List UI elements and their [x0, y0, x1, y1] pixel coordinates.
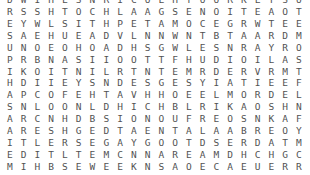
grid-cell[interactable]: N [292, 101, 306, 113]
grid-cell[interactable]: O [154, 113, 168, 125]
grid-cell[interactable]: N [196, 6, 210, 18]
grid-cell[interactable]: E [127, 18, 141, 30]
grid-cell[interactable]: O [31, 42, 45, 54]
grid-cell[interactable]: G [141, 137, 155, 149]
grid-cell[interactable]: S [154, 160, 168, 172]
grid-cell[interactable]: E [251, 6, 265, 18]
grid-cell[interactable]: L [182, 42, 196, 54]
grid-cell[interactable]: D [17, 77, 31, 89]
grid-cell[interactable]: O [72, 6, 86, 18]
grid-cell[interactable]: R [251, 125, 265, 137]
grid-cell[interactable]: H [58, 125, 72, 137]
grid-cell[interactable]: R [196, 113, 210, 125]
grid-cell[interactable]: O [237, 53, 251, 65]
grid-cell[interactable]: Y [72, 77, 86, 89]
grid-cell[interactable]: N [223, 42, 237, 54]
grid-cell[interactable]: N [17, 42, 31, 54]
grid-cell[interactable]: T [44, 149, 58, 161]
grid-cell[interactable]: T [127, 65, 141, 77]
grid-cell[interactable]: S [99, 113, 113, 125]
grid-cell[interactable]: M [3, 160, 17, 172]
grid-cell[interactable]: O [113, 53, 127, 65]
grid-cell[interactable]: H [154, 101, 168, 113]
grid-cell[interactable]: S [72, 53, 86, 65]
grid-cell[interactable]: H [141, 89, 155, 101]
grid-cell[interactable]: G [223, 18, 237, 30]
grid-cell[interactable]: O [278, 125, 292, 137]
grid-cell[interactable]: Y [17, 18, 31, 30]
grid-cell[interactable]: F [182, 113, 196, 125]
grid-cell[interactable]: C [141, 101, 155, 113]
grid-cell[interactable]: O [182, 160, 196, 172]
grid-cell[interactable]: Y [127, 137, 141, 149]
grid-cell[interactable]: S [3, 101, 17, 113]
grid-cell[interactable]: I [251, 77, 265, 89]
grid-cell[interactable]: I [223, 53, 237, 65]
grid-cell[interactable]: K [127, 160, 141, 172]
grid-cell[interactable]: E [127, 77, 141, 89]
grid-cell[interactable]: L [44, 18, 58, 30]
grid-cell[interactable]: B [237, 125, 251, 137]
grid-cell[interactable]: O [127, 53, 141, 65]
grid-cell[interactable]: B [86, 113, 100, 125]
grid-cell[interactable]: O [168, 89, 182, 101]
grid-cell[interactable]: G [278, 149, 292, 161]
grid-cell[interactable]: T [141, 18, 155, 30]
grid-cell[interactable]: A [237, 30, 251, 42]
grid-cell[interactable]: H [86, 89, 100, 101]
grid-cell[interactable]: M [278, 65, 292, 77]
grid-cell[interactable]: H [44, 6, 58, 18]
grid-cell[interactable]: U [3, 42, 17, 54]
grid-cell[interactable]: E [99, 160, 113, 172]
grid-cell[interactable]: M [99, 149, 113, 161]
grid-cell[interactable]: T [154, 53, 168, 65]
grid-cell[interactable]: N [154, 125, 168, 137]
grid-cell[interactable]: E [223, 65, 237, 77]
grid-cell[interactable]: S [292, 53, 306, 65]
grid-cell[interactable]: R [278, 160, 292, 172]
grid-cell[interactable]: E [265, 125, 279, 137]
grid-cell[interactable]: H [31, 160, 45, 172]
grid-cell[interactable]: E [113, 160, 127, 172]
grid-cell[interactable]: M [292, 30, 306, 42]
grid-cell[interactable]: A [3, 89, 17, 101]
grid-cell[interactable]: O [237, 89, 251, 101]
grid-cell[interactable]: T [265, 18, 279, 30]
grid-cell[interactable]: T [86, 18, 100, 30]
grid-cell[interactable]: E [196, 89, 210, 101]
grid-cell[interactable]: S [44, 125, 58, 137]
grid-cell[interactable]: E [31, 30, 45, 42]
grid-cell[interactable]: D [209, 53, 223, 65]
grid-cell[interactable]: A [3, 113, 17, 125]
grid-cell[interactable]: H [99, 6, 113, 18]
grid-cell[interactable]: A [58, 53, 72, 65]
grid-cell[interactable]: D [223, 149, 237, 161]
grid-cell[interactable]: L [31, 101, 45, 113]
grid-cell[interactable]: A [3, 125, 17, 137]
grid-cell[interactable]: R [3, 6, 17, 18]
grid-cell[interactable]: F [292, 77, 306, 89]
grid-cell[interactable]: E [44, 137, 58, 149]
grid-cell[interactable]: H [182, 53, 196, 65]
grid-cell[interactable]: I [31, 77, 45, 89]
grid-cell[interactable]: H [72, 42, 86, 54]
grid-cell[interactable]: E [86, 125, 100, 137]
grid-cell[interactable]: R [237, 18, 251, 30]
grid-cell[interactable]: N [44, 113, 58, 125]
grid-cell[interactable]: E [278, 89, 292, 101]
grid-cell[interactable]: D [278, 30, 292, 42]
grid-cell[interactable]: E [141, 125, 155, 137]
grid-cell[interactable]: I [44, 77, 58, 89]
grid-cell[interactable]: A [237, 101, 251, 113]
grid-cell[interactable]: A [223, 125, 237, 137]
grid-cell[interactable]: A [17, 30, 31, 42]
grid-cell[interactable]: O [44, 89, 58, 101]
grid-cell[interactable]: D [209, 65, 223, 77]
grid-cell[interactable]: M [168, 18, 182, 30]
grid-cell[interactable]: F [58, 89, 72, 101]
grid-cell[interactable]: I [17, 160, 31, 172]
grid-cell[interactable]: T [292, 6, 306, 18]
grid-cell[interactable]: A [223, 160, 237, 172]
grid-cell[interactable]: T [196, 30, 210, 42]
grid-cell[interactable]: T [182, 137, 196, 149]
grid-cell[interactable]: A [154, 149, 168, 161]
grid-cell[interactable]: S [58, 18, 72, 30]
grid-cell[interactable]: F [292, 113, 306, 125]
grid-cell[interactable]: G [154, 6, 168, 18]
grid-cell[interactable]: C [251, 149, 265, 161]
grid-cell[interactable]: N [127, 149, 141, 161]
grid-cell[interactable]: E [72, 160, 86, 172]
grid-cell[interactable]: E [3, 149, 17, 161]
grid-cell[interactable]: R [168, 149, 182, 161]
grid-cell[interactable]: B [44, 160, 58, 172]
grid-cell[interactable]: S [141, 42, 155, 54]
grid-cell[interactable]: D [196, 137, 210, 149]
grid-cell[interactable]: A [141, 6, 155, 18]
grid-cell[interactable]: I [209, 77, 223, 89]
grid-cell[interactable]: E [168, 65, 182, 77]
grid-cell[interactable]: I [3, 65, 17, 77]
grid-cell[interactable]: I [223, 6, 237, 18]
grid-cell[interactable]: K [223, 101, 237, 113]
grid-cell[interactable]: L [265, 53, 279, 65]
grid-cell[interactable]: A [265, 137, 279, 149]
grid-cell[interactable]: A [278, 113, 292, 125]
grid-cell[interactable]: S [86, 77, 100, 89]
grid-cell[interactable]: S [31, 6, 45, 18]
grid-cell[interactable]: R [278, 42, 292, 54]
grid-cell[interactable]: R [113, 65, 127, 77]
grid-cell[interactable]: C [113, 149, 127, 161]
grid-cell[interactable]: D [265, 89, 279, 101]
grid-cell[interactable]: K [17, 65, 31, 77]
grid-cell[interactable]: E [86, 149, 100, 161]
grid-cell[interactable]: T [223, 30, 237, 42]
grid-cell[interactable]: O [209, 6, 223, 18]
grid-cell[interactable]: S [3, 30, 17, 42]
grid-cell[interactable]: O [31, 65, 45, 77]
grid-cell[interactable]: O [86, 42, 100, 54]
grid-cell[interactable]: A [223, 77, 237, 89]
grid-cell[interactable]: O [58, 101, 72, 113]
grid-cell[interactable]: H [99, 18, 113, 30]
grid-cell[interactable]: R [237, 137, 251, 149]
grid-cell[interactable]: O [223, 113, 237, 125]
grid-cell[interactable]: A [86, 30, 100, 42]
grid-cell[interactable]: T [99, 89, 113, 101]
grid-cell[interactable]: L [182, 101, 196, 113]
grid-cell[interactable]: N [141, 30, 155, 42]
grid-cell[interactable]: V [127, 89, 141, 101]
grid-cell[interactable]: N [141, 113, 155, 125]
grid-cell[interactable]: T [237, 77, 251, 89]
grid-cell[interactable]: D [99, 101, 113, 113]
grid-cell[interactable]: A [113, 89, 127, 101]
grid-cell[interactable]: R [17, 125, 31, 137]
grid-cell[interactable]: U [196, 53, 210, 65]
grid-cell[interactable]: M [182, 65, 196, 77]
grid-cell[interactable]: W [251, 18, 265, 30]
grid-cell[interactable]: L [58, 149, 72, 161]
grid-cell[interactable]: Y [265, 42, 279, 54]
grid-cell[interactable]: C [31, 113, 45, 125]
grid-cell[interactable]: A [127, 6, 141, 18]
grid-cell[interactable]: S [237, 113, 251, 125]
grid-cell[interactable]: G [154, 42, 168, 54]
grid-cell[interactable]: E [182, 89, 196, 101]
grid-cell[interactable]: I [44, 65, 58, 77]
grid-cell[interactable]: A [265, 6, 279, 18]
grid-cell[interactable]: H [113, 101, 127, 113]
grid-cell[interactable]: R [265, 65, 279, 77]
grid-cell[interactable]: U [251, 160, 265, 172]
grid-cell[interactable]: N [72, 101, 86, 113]
grid-cell[interactable]: S [168, 6, 182, 18]
grid-cell[interactable]: T [237, 6, 251, 18]
grid-cell[interactable]: Y [292, 125, 306, 137]
grid-cell[interactable]: E [3, 18, 17, 30]
grid-cell[interactable]: A [209, 125, 223, 137]
grid-cell[interactable]: E [292, 18, 306, 30]
grid-cell[interactable]: T [168, 125, 182, 137]
grid-cell[interactable]: U [58, 30, 72, 42]
grid-cell[interactable]: E [168, 77, 182, 89]
grid-cell[interactable]: T [113, 125, 127, 137]
grid-cell[interactable]: D [113, 77, 127, 89]
grid-cell[interactable]: B [168, 101, 182, 113]
grid-cell[interactable]: L [113, 6, 127, 18]
grid-cell[interactable]: H [154, 89, 168, 101]
grid-cell[interactable]: C [292, 149, 306, 161]
grid-cell[interactable]: D [99, 125, 113, 137]
grid-cell[interactable]: S [209, 137, 223, 149]
grid-cell[interactable]: S [58, 160, 72, 172]
grid-cell[interactable]: R [292, 160, 306, 172]
grid-cell[interactable]: D [251, 137, 265, 149]
grid-cell[interactable]: O [251, 101, 265, 113]
grid-cell[interactable]: A [154, 18, 168, 30]
grid-cell[interactable]: E [31, 125, 45, 137]
grid-cell[interactable]: S [182, 77, 196, 89]
grid-cell[interactable]: E [44, 42, 58, 54]
grid-cell[interactable]: C [31, 89, 45, 101]
grid-cell[interactable]: W [168, 42, 182, 54]
grid-cell[interactable]: S [141, 77, 155, 89]
grid-cell[interactable]: A [113, 137, 127, 149]
grid-cell[interactable]: H [265, 149, 279, 161]
grid-cell[interactable]: N [44, 53, 58, 65]
grid-cell[interactable]: A [182, 125, 196, 137]
grid-cell[interactable]: B [31, 53, 45, 65]
grid-cell[interactable]: R [196, 65, 210, 77]
grid-cell[interactable]: L [196, 125, 210, 137]
grid-cell[interactable]: S [265, 101, 279, 113]
grid-cell[interactable]: T [278, 137, 292, 149]
grid-cell[interactable]: E [223, 137, 237, 149]
grid-cell[interactable]: H [237, 149, 251, 161]
grid-cell[interactable]: S [209, 42, 223, 54]
grid-cell[interactable]: B [209, 30, 223, 42]
grid-cell[interactable]: I [251, 53, 265, 65]
grid-cell[interactable]: E [182, 6, 196, 18]
grid-cell[interactable]: T [17, 137, 31, 149]
grid-cell[interactable]: W [86, 160, 100, 172]
grid-cell[interactable]: N [154, 30, 168, 42]
grid-cell[interactable]: K [265, 113, 279, 125]
grid-cell[interactable]: O [278, 6, 292, 18]
grid-cell[interactable]: E [209, 113, 223, 125]
grid-cell[interactable]: O [58, 42, 72, 54]
grid-cell[interactable]: C [86, 6, 100, 18]
grid-cell[interactable]: N [251, 113, 265, 125]
grid-cell[interactable]: T [72, 149, 86, 161]
grid-cell[interactable]: E [196, 42, 210, 54]
grid-cell[interactable]: O [127, 113, 141, 125]
grid-cell[interactable]: G [99, 137, 113, 149]
grid-cell[interactable]: L [127, 30, 141, 42]
grid-cell[interactable]: L [31, 137, 45, 149]
grid-cell[interactable]: A [196, 149, 210, 161]
grid-cell[interactable]: V [113, 30, 127, 42]
grid-cell[interactable]: R [237, 42, 251, 54]
grid-cell[interactable]: W [31, 18, 45, 30]
grid-cell[interactable]: T [58, 6, 72, 18]
grid-cell[interactable]: L [209, 89, 223, 101]
grid-cell[interactable]: N [72, 65, 86, 77]
grid-cell[interactable]: A [127, 125, 141, 137]
grid-cell[interactable]: E [209, 18, 223, 30]
grid-cell[interactable]: T [58, 65, 72, 77]
grid-cell[interactable]: S [17, 6, 31, 18]
grid-cell[interactable]: H [44, 30, 58, 42]
grid-cell[interactable]: E [265, 160, 279, 172]
grid-cell[interactable]: L [292, 89, 306, 101]
grid-cell[interactable]: M [292, 137, 306, 149]
grid-cell[interactable]: E [58, 77, 72, 89]
grid-cell[interactable]: I [99, 53, 113, 65]
grid-cell[interactable]: D [99, 30, 113, 42]
grid-cell[interactable]: T [154, 65, 168, 77]
grid-cell[interactable]: C [196, 18, 210, 30]
grid-cell[interactable]: H [58, 113, 72, 125]
grid-cell[interactable]: O [168, 137, 182, 149]
grid-cell[interactable]: R [265, 30, 279, 42]
grid-cell[interactable]: N [141, 160, 155, 172]
grid-cell[interactable]: E [196, 160, 210, 172]
grid-cell[interactable]: N [17, 101, 31, 113]
grid-cell[interactable]: H [278, 101, 292, 113]
grid-cell[interactable]: N [182, 30, 196, 42]
grid-cell[interactable]: W [168, 30, 182, 42]
grid-cell[interactable]: A [251, 30, 265, 42]
grid-cell[interactable]: A [168, 160, 182, 172]
grid-cell[interactable]: M [223, 89, 237, 101]
grid-cell[interactable]: L [86, 101, 100, 113]
grid-cell[interactable]: O [44, 101, 58, 113]
grid-cell[interactable]: G [154, 77, 168, 89]
grid-cell[interactable]: Y [196, 77, 210, 89]
grid-cell[interactable]: N [99, 77, 113, 89]
grid-cell[interactable]: U [168, 113, 182, 125]
grid-cell[interactable]: I [72, 18, 86, 30]
grid-cell[interactable]: E [237, 160, 251, 172]
grid-cell[interactable]: T [292, 65, 306, 77]
grid-cell[interactable]: I [86, 53, 100, 65]
grid-cell[interactable]: P [113, 18, 127, 30]
grid-cell[interactable]: A [278, 53, 292, 65]
grid-cell[interactable]: D [72, 113, 86, 125]
grid-cell[interactable]: L [99, 65, 113, 77]
grid-cell[interactable]: R [17, 53, 31, 65]
grid-cell[interactable]: E [278, 77, 292, 89]
grid-cell[interactable]: I [86, 65, 100, 77]
grid-cell[interactable]: O [154, 137, 168, 149]
grid-cell[interactable]: A [251, 42, 265, 54]
grid-cell[interactable]: P [17, 89, 31, 101]
grid-cell[interactable]: O [292, 42, 306, 54]
grid-cell[interactable]: I [127, 101, 141, 113]
grid-cell[interactable]: P [3, 53, 17, 65]
grid-cell[interactable]: R [58, 137, 72, 149]
grid-cell[interactable]: C [209, 160, 223, 172]
grid-cell[interactable]: R [237, 65, 251, 77]
grid-cell[interactable]: R [251, 89, 265, 101]
grid-cell[interactable]: O [182, 18, 196, 30]
grid-cell[interactable]: A [99, 42, 113, 54]
grid-cell[interactable]: E [72, 30, 86, 42]
grid-cell[interactable]: E [278, 18, 292, 30]
grid-cell[interactable]: R [196, 101, 210, 113]
grid-cell[interactable]: E [182, 149, 196, 161]
grid-cell[interactable]: H [3, 77, 17, 89]
grid-cell[interactable]: F [168, 53, 182, 65]
grid-cell[interactable]: D [113, 42, 127, 54]
grid-cell[interactable]: I [113, 113, 127, 125]
grid-cell[interactable]: D [17, 149, 31, 161]
grid-cell[interactable]: N [141, 149, 155, 161]
grid-cell[interactable]: E [86, 137, 100, 149]
grid-cell[interactable]: I [31, 149, 45, 161]
grid-cell[interactable]: I [209, 101, 223, 113]
grid-cell[interactable]: E [72, 89, 86, 101]
grid-cell[interactable]: V [251, 65, 265, 77]
grid-cell[interactable]: S [72, 137, 86, 149]
